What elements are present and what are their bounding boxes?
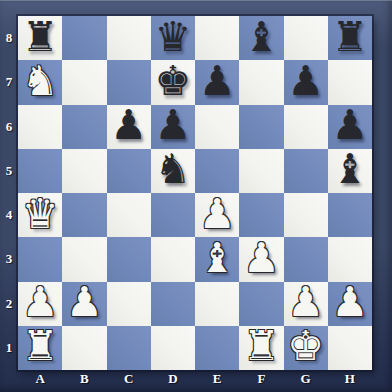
square-f2[interactable] [239,282,283,326]
white-pawn-icon: ♟ [243,238,280,279]
black-pawn-icon: ♟ [199,61,236,102]
square-f7[interactable] [239,60,283,104]
square-f3[interactable]: ♟ [239,237,283,281]
black-pawn-icon: ♟ [287,61,324,102]
square-b2[interactable]: ♟ [62,282,106,326]
black-bishop-icon: ♝ [331,149,368,190]
square-g8[interactable] [284,16,328,60]
square-e7[interactable]: ♟ [195,60,239,104]
square-g7[interactable]: ♟ [284,60,328,104]
square-d4[interactable] [151,193,195,237]
square-a6[interactable] [18,105,62,149]
square-c5[interactable] [107,149,151,193]
rank-labels: 87654321 [0,16,18,370]
chess-board-frame: 87654321 ♜♛♝♜♞♚♟♟♟♟♟♞♝♛♟♝♟♟♟♟♟♜♜♚ ABCDEF… [0,0,392,392]
square-g6[interactable] [284,105,328,149]
square-h3[interactable] [328,237,372,281]
square-c7[interactable] [107,60,151,104]
file-label-h: H [328,370,372,388]
white-king-icon: ♚ [287,326,324,367]
black-queen-icon: ♛ [154,17,191,58]
square-c2[interactable] [107,282,151,326]
square-e8[interactable] [195,16,239,60]
white-queen-icon: ♛ [22,194,59,235]
square-f1[interactable]: ♜ [239,326,283,370]
rank-label-4: 4 [0,193,18,237]
square-f4[interactable] [239,193,283,237]
white-rook-icon: ♜ [22,326,59,367]
white-pawn-icon: ♟ [199,194,236,235]
square-d8[interactable]: ♛ [151,16,195,60]
white-pawn-icon: ♟ [22,282,59,323]
square-h5[interactable]: ♝ [328,149,372,193]
square-a4[interactable]: ♛ [18,193,62,237]
rank-label-8: 8 [0,16,18,60]
rank-label-5: 5 [0,149,18,193]
square-b5[interactable] [62,149,106,193]
square-d5[interactable]: ♞ [151,149,195,193]
square-g5[interactable] [284,149,328,193]
square-h4[interactable] [328,193,372,237]
square-d7[interactable]: ♚ [151,60,195,104]
black-knight-icon: ♞ [154,149,191,190]
square-a8[interactable]: ♜ [18,16,62,60]
file-labels: ABCDEFGH [18,370,372,388]
square-b7[interactable] [62,60,106,104]
black-rook-icon: ♜ [22,17,59,58]
square-d2[interactable] [151,282,195,326]
square-a2[interactable]: ♟ [18,282,62,326]
square-a5[interactable] [18,149,62,193]
square-c1[interactable] [107,326,151,370]
square-e5[interactable] [195,149,239,193]
rank-label-6: 6 [0,105,18,149]
black-bishop-icon: ♝ [243,17,280,58]
square-h7[interactable] [328,60,372,104]
white-pawn-icon: ♟ [66,282,103,323]
file-label-f: F [239,370,283,388]
square-h2[interactable]: ♟ [328,282,372,326]
file-label-e: E [195,370,239,388]
square-b4[interactable] [62,193,106,237]
square-c4[interactable] [107,193,151,237]
file-label-g: G [284,370,328,388]
square-b1[interactable] [62,326,106,370]
square-e3[interactable]: ♝ [195,237,239,281]
file-label-b: B [62,370,106,388]
square-c8[interactable] [107,16,151,60]
white-pawn-icon: ♟ [331,282,368,323]
file-label-c: C [107,370,151,388]
square-f5[interactable] [239,149,283,193]
black-king-icon: ♚ [154,61,191,102]
rank-label-7: 7 [0,60,18,104]
square-h1[interactable] [328,326,372,370]
square-e4[interactable]: ♟ [195,193,239,237]
black-rook-icon: ♜ [331,17,368,58]
square-c6[interactable]: ♟ [107,105,151,149]
square-g4[interactable] [284,193,328,237]
square-a1[interactable]: ♜ [18,326,62,370]
square-f6[interactable] [239,105,283,149]
rank-label-2: 2 [0,282,18,326]
black-pawn-icon: ♟ [331,105,368,146]
square-d1[interactable] [151,326,195,370]
square-g2[interactable]: ♟ [284,282,328,326]
square-h6[interactable]: ♟ [328,105,372,149]
square-a3[interactable] [18,237,62,281]
square-e6[interactable] [195,105,239,149]
square-h8[interactable]: ♜ [328,16,372,60]
square-a7[interactable]: ♞ [18,60,62,104]
square-f8[interactable]: ♝ [239,16,283,60]
rank-label-1: 1 [0,326,18,370]
black-pawn-icon: ♟ [154,105,191,146]
white-bishop-icon: ♝ [199,238,236,279]
square-b3[interactable] [62,237,106,281]
file-label-d: D [151,370,195,388]
square-g3[interactable] [284,237,328,281]
square-d3[interactable] [151,237,195,281]
square-e2[interactable] [195,282,239,326]
square-d6[interactable]: ♟ [151,105,195,149]
rank-label-3: 3 [0,237,18,281]
white-pawn-icon: ♟ [287,282,324,323]
square-e1[interactable] [195,326,239,370]
white-rook-icon: ♜ [243,326,280,367]
square-b8[interactable] [62,16,106,60]
white-knight-icon: ♞ [22,61,59,102]
square-c3[interactable] [107,237,151,281]
black-pawn-icon: ♟ [110,105,147,146]
file-label-a: A [18,370,62,388]
board: ♜♛♝♜♞♚♟♟♟♟♟♞♝♛♟♝♟♟♟♟♟♜♜♚ [18,16,372,370]
square-b6[interactable] [62,105,106,149]
square-g1[interactable]: ♚ [284,326,328,370]
